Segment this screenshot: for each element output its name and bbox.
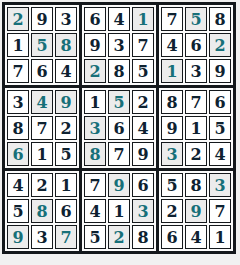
- cell-r8c1[interactable]: 5: [7, 199, 29, 223]
- cell-r3c9[interactable]: 9: [209, 59, 231, 83]
- cell-r8c9[interactable]: 7: [209, 199, 231, 223]
- cell-r7c4[interactable]: 7: [84, 173, 106, 197]
- cell-r8c3[interactable]: 6: [55, 199, 77, 223]
- cell-r7c8[interactable]: 8: [185, 173, 207, 197]
- cell-r2c7[interactable]: 4: [161, 33, 183, 57]
- cell-r6c5[interactable]: 7: [108, 142, 130, 166]
- cell-r2c6[interactable]: 7: [132, 33, 154, 57]
- box-4: 349872615: [5, 88, 79, 168]
- cell-r9c5[interactable]: 2: [108, 225, 130, 249]
- cell-r7c9[interactable]: 3: [209, 173, 231, 197]
- box-5: 152364879: [82, 88, 156, 168]
- cell-r2c3[interactable]: 8: [55, 33, 77, 57]
- cell-r4c6[interactable]: 2: [132, 90, 154, 114]
- cell-r2c1[interactable]: 1: [7, 33, 29, 57]
- cell-r5c5[interactable]: 6: [108, 116, 130, 140]
- cell-r5c7[interactable]: 9: [161, 116, 183, 140]
- cell-r3c4[interactable]: 2: [84, 59, 106, 83]
- cell-r9c3[interactable]: 7: [55, 225, 77, 249]
- box-9: 583297641: [159, 171, 233, 251]
- cell-r8c7[interactable]: 2: [161, 199, 183, 223]
- cell-r3c5[interactable]: 8: [108, 59, 130, 83]
- box-8: 796413528: [82, 171, 156, 251]
- cell-r3c1[interactable]: 7: [7, 59, 29, 83]
- cell-r1c3[interactable]: 3: [55, 7, 77, 31]
- box-6: 876915324: [159, 88, 233, 168]
- cell-r1c5[interactable]: 4: [108, 7, 130, 31]
- cell-r6c2[interactable]: 1: [31, 142, 53, 166]
- cell-r2c9[interactable]: 2: [209, 33, 231, 57]
- cell-r5c6[interactable]: 4: [132, 116, 154, 140]
- cell-r6c6[interactable]: 9: [132, 142, 154, 166]
- box-7: 421586937: [5, 171, 79, 251]
- cell-r8c4[interactable]: 4: [84, 199, 106, 223]
- cell-r4c1[interactable]: 3: [7, 90, 29, 114]
- cell-r2c5[interactable]: 3: [108, 33, 130, 57]
- cell-r3c7[interactable]: 1: [161, 59, 183, 83]
- cell-r6c8[interactable]: 2: [185, 142, 207, 166]
- cell-r1c6[interactable]: 1: [132, 7, 154, 31]
- cell-r2c4[interactable]: 9: [84, 33, 106, 57]
- cell-r6c1[interactable]: 6: [7, 142, 29, 166]
- cell-r9c4[interactable]: 5: [84, 225, 106, 249]
- cell-r9c8[interactable]: 4: [185, 225, 207, 249]
- cell-r8c8[interactable]: 9: [185, 199, 207, 223]
- cell-r9c1[interactable]: 9: [7, 225, 29, 249]
- cell-r5c2[interactable]: 7: [31, 116, 53, 140]
- cell-r7c3[interactable]: 1: [55, 173, 77, 197]
- cell-r5c4[interactable]: 3: [84, 116, 106, 140]
- cell-r5c1[interactable]: 8: [7, 116, 29, 140]
- cell-r4c5[interactable]: 5: [108, 90, 130, 114]
- cell-r9c2[interactable]: 3: [31, 225, 53, 249]
- cell-r8c5[interactable]: 1: [108, 199, 130, 223]
- cell-r2c2[interactable]: 5: [31, 33, 53, 57]
- cell-r5c3[interactable]: 2: [55, 116, 77, 140]
- cell-r5c8[interactable]: 1: [185, 116, 207, 140]
- cell-r1c8[interactable]: 5: [185, 7, 207, 31]
- sudoku-board: 2931587646419372857584621393498726151523…: [2, 2, 236, 254]
- cell-r6c9[interactable]: 4: [209, 142, 231, 166]
- cell-r4c7[interactable]: 8: [161, 90, 183, 114]
- cell-r9c6[interactable]: 8: [132, 225, 154, 249]
- cell-r1c7[interactable]: 7: [161, 7, 183, 31]
- cell-r1c2[interactable]: 9: [31, 7, 53, 31]
- box-1: 293158764: [5, 5, 79, 85]
- cell-r3c8[interactable]: 3: [185, 59, 207, 83]
- cell-r3c6[interactable]: 5: [132, 59, 154, 83]
- box-2: 641937285: [82, 5, 156, 85]
- cell-r8c2[interactable]: 8: [31, 199, 53, 223]
- cell-r8c6[interactable]: 3: [132, 199, 154, 223]
- cell-r7c1[interactable]: 4: [7, 173, 29, 197]
- cell-r9c7[interactable]: 6: [161, 225, 183, 249]
- cell-r6c4[interactable]: 8: [84, 142, 106, 166]
- box-3: 758462139: [159, 5, 233, 85]
- sudoku-boxes: 2931587646419372857584621393498726151523…: [5, 5, 233, 251]
- cell-r3c3[interactable]: 4: [55, 59, 77, 83]
- cell-r3c2[interactable]: 6: [31, 59, 53, 83]
- cell-r6c7[interactable]: 3: [161, 142, 183, 166]
- cell-r6c3[interactable]: 5: [55, 142, 77, 166]
- cell-r9c9[interactable]: 1: [209, 225, 231, 249]
- cell-r7c6[interactable]: 6: [132, 173, 154, 197]
- cell-r1c9[interactable]: 8: [209, 7, 231, 31]
- cell-r2c8[interactable]: 6: [185, 33, 207, 57]
- cell-r4c2[interactable]: 4: [31, 90, 53, 114]
- cell-r4c3[interactable]: 9: [55, 90, 77, 114]
- cell-r4c4[interactable]: 1: [84, 90, 106, 114]
- cell-r4c9[interactable]: 6: [209, 90, 231, 114]
- cell-r5c9[interactable]: 5: [209, 116, 231, 140]
- cell-r7c5[interactable]: 9: [108, 173, 130, 197]
- cell-r1c4[interactable]: 6: [84, 7, 106, 31]
- cell-r4c8[interactable]: 7: [185, 90, 207, 114]
- cell-r7c7[interactable]: 5: [161, 173, 183, 197]
- cell-r7c2[interactable]: 2: [31, 173, 53, 197]
- cell-r1c1[interactable]: 2: [7, 7, 29, 31]
